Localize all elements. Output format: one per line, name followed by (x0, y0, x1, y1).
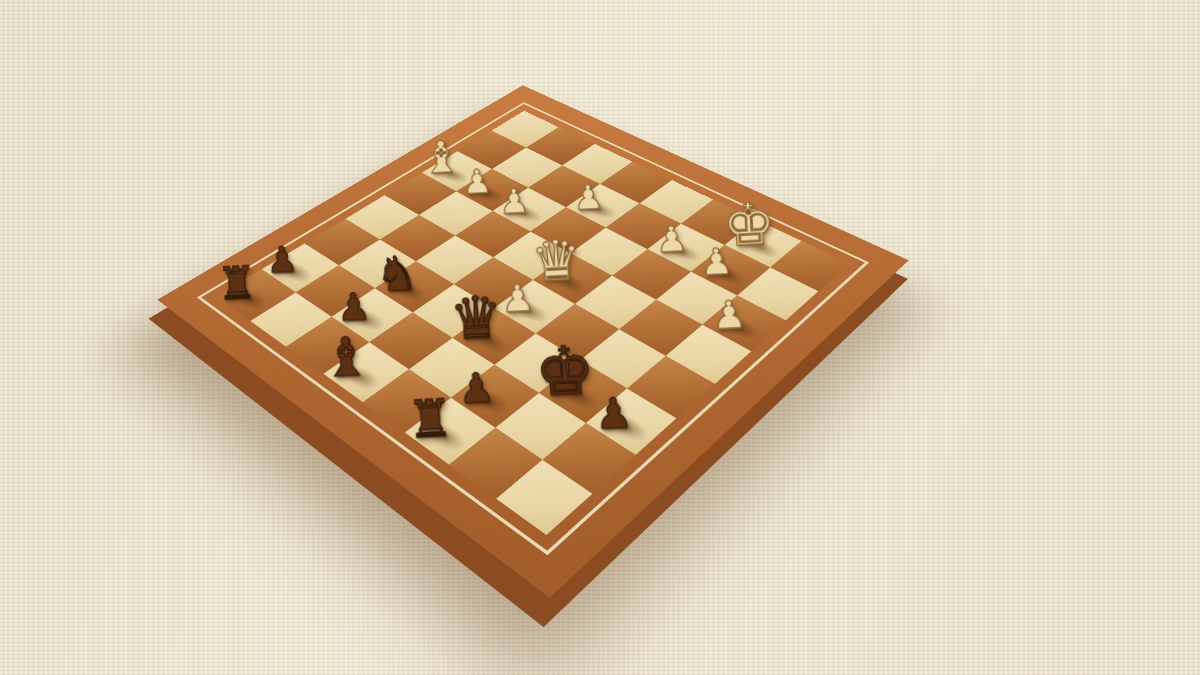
white-pawn-f3: ♟ (487, 183, 541, 219)
black-pawn-a6: ♟ (580, 392, 647, 437)
chessboard-photo: ♚♟♟♟♝♟♟♟♛♟♞♛♚♟♟♟♟♜♝♜ (253, 0, 812, 559)
chess-board: ♚♟♟♟♝♟♟♟♛♟♞♛♚♟♟♟♟♜♝♜ (217, 111, 850, 535)
black-bishop-e8: ♝ (315, 329, 379, 386)
black-pawn-f7: ♟ (324, 287, 384, 327)
black-rook-h8: ♜ (208, 260, 267, 307)
white-pawn-a3: ♟ (699, 295, 761, 336)
square-a1 (770, 241, 849, 291)
white-pawn-b2: ♟ (687, 243, 745, 282)
white-pawn-e2: ♟ (561, 180, 615, 216)
square-e8: ♝ (323, 342, 409, 402)
black-rook-c8: ♜ (397, 392, 464, 446)
black-queen-d6: ♛ (445, 288, 508, 350)
frame-pinstripe: ♚♟♟♟♝♟♟♟♛♟♞♛♚♟♟♟♟♜♝♜ (197, 102, 869, 555)
